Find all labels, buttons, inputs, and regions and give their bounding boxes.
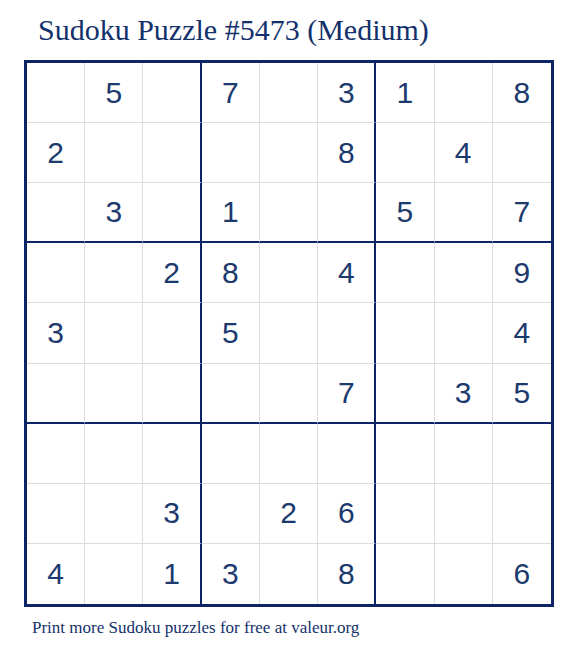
cell-r7c2 (85, 424, 143, 484)
cell-r6c9: 5 (493, 364, 551, 424)
cell-r3c1 (27, 183, 85, 243)
cell-r8c1 (27, 484, 85, 544)
cell-r4c5 (260, 243, 318, 303)
cell-r4c4: 8 (202, 243, 260, 303)
cell-r3c9: 7 (493, 183, 551, 243)
cell-r7c1 (27, 424, 85, 484)
cell-r8c4 (202, 484, 260, 544)
cell-r7c8 (435, 424, 493, 484)
cell-r8c9 (493, 484, 551, 544)
cell-r4c7 (376, 243, 434, 303)
cell-r5c9: 4 (493, 303, 551, 363)
cell-r8c6: 6 (318, 484, 376, 544)
cell-r2c3 (143, 123, 201, 183)
cell-r2c1: 2 (27, 123, 85, 183)
cell-r5c6 (318, 303, 376, 363)
cell-r4c6: 4 (318, 243, 376, 303)
cell-r6c3 (143, 364, 201, 424)
cell-r2c4 (202, 123, 260, 183)
cell-r1c4: 7 (202, 63, 260, 123)
cell-r2c6: 8 (318, 123, 376, 183)
footer-text: Print more Sudoku puzzles for free at va… (32, 618, 359, 638)
cell-r8c5: 2 (260, 484, 318, 544)
cell-r3c5 (260, 183, 318, 243)
cell-r4c9: 9 (493, 243, 551, 303)
cell-r8c7 (376, 484, 434, 544)
cell-r5c5 (260, 303, 318, 363)
cell-r7c7 (376, 424, 434, 484)
cell-r9c5 (260, 544, 318, 604)
cell-r9c1: 4 (27, 544, 85, 604)
cell-r6c7 (376, 364, 434, 424)
cell-r9c4: 3 (202, 544, 260, 604)
cell-r6c5 (260, 364, 318, 424)
cell-r5c8 (435, 303, 493, 363)
cell-r4c8 (435, 243, 493, 303)
sudoku-puzzle-page: Sudoku Puzzle #5473 (Medium) 57318284315… (0, 0, 574, 651)
cell-r8c2 (85, 484, 143, 544)
sudoku-board: 573182843157284935473532641386 (24, 60, 554, 607)
cell-r7c3 (143, 424, 201, 484)
cell-r7c6 (318, 424, 376, 484)
cell-r8c8 (435, 484, 493, 544)
cell-r9c2 (85, 544, 143, 604)
cell-r4c1 (27, 243, 85, 303)
cell-r4c2 (85, 243, 143, 303)
cell-r2c9 (493, 123, 551, 183)
cell-r9c7 (376, 544, 434, 604)
cell-r5c7 (376, 303, 434, 363)
cell-r3c7: 5 (376, 183, 434, 243)
cell-r1c5 (260, 63, 318, 123)
cell-r7c4 (202, 424, 260, 484)
cell-r1c2: 5 (85, 63, 143, 123)
cell-r5c2 (85, 303, 143, 363)
cell-r5c4: 5 (202, 303, 260, 363)
cell-r3c2: 3 (85, 183, 143, 243)
cell-r7c9 (493, 424, 551, 484)
cell-r2c8: 4 (435, 123, 493, 183)
cell-r3c6 (318, 183, 376, 243)
cell-r6c2 (85, 364, 143, 424)
cell-r9c8 (435, 544, 493, 604)
cell-r2c5 (260, 123, 318, 183)
cell-r5c1: 3 (27, 303, 85, 363)
cell-r6c1 (27, 364, 85, 424)
cell-r5c3 (143, 303, 201, 363)
cell-r4c3: 2 (143, 243, 201, 303)
cell-r1c1 (27, 63, 85, 123)
page-title: Sudoku Puzzle #5473 (Medium) (38, 12, 429, 48)
cell-r1c3 (143, 63, 201, 123)
cell-r9c9: 6 (493, 544, 551, 604)
cell-r2c2 (85, 123, 143, 183)
cell-r9c6: 8 (318, 544, 376, 604)
cell-r8c3: 3 (143, 484, 201, 544)
cell-r9c3: 1 (143, 544, 201, 604)
cell-r3c4: 1 (202, 183, 260, 243)
cell-r1c7: 1 (376, 63, 434, 123)
cell-r3c8 (435, 183, 493, 243)
cell-r6c6: 7 (318, 364, 376, 424)
cell-r2c7 (376, 123, 434, 183)
cell-r1c8 (435, 63, 493, 123)
cell-r1c9: 8 (493, 63, 551, 123)
cell-r6c8: 3 (435, 364, 493, 424)
cell-r3c3 (143, 183, 201, 243)
cell-r1c6: 3 (318, 63, 376, 123)
cell-r7c5 (260, 424, 318, 484)
cell-r6c4 (202, 364, 260, 424)
